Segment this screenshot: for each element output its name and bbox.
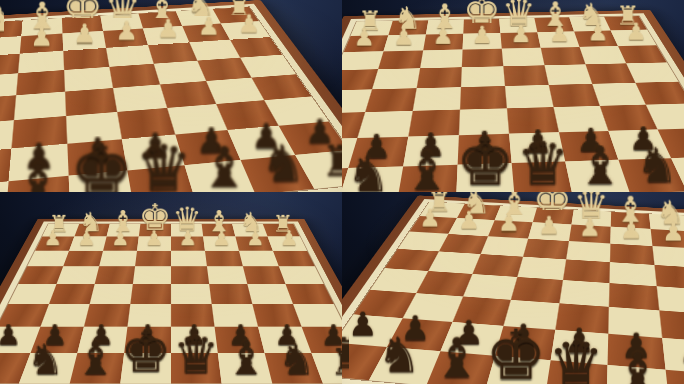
black-queen-piece[interactable]: ♛ bbox=[548, 335, 604, 384]
black-queen-piece[interactable]: ♛ bbox=[173, 331, 219, 380]
montage-frame-4: ♜♞♝♚♛♝♞♜♟♟♟♟♟♟♟♟♟♟♟♟♟♟♟♟♜♞♝♚♛♝♞♜ bbox=[342, 192, 684, 384]
square-c8[interactable]: ♝ bbox=[218, 353, 272, 384]
square-d4[interactable] bbox=[171, 266, 209, 284]
square-g8[interactable]: ♞ bbox=[19, 353, 77, 384]
white-pawn-piece[interactable]: ♟ bbox=[432, 26, 453, 49]
white-pawn-piece[interactable]: ♟ bbox=[44, 229, 63, 249]
board-wrap: ♜♞♝♚♛♝♞♜♟♟♟♟♟♟♟♟♟♟♟♟♟♟♟♟♜♞♝♚♛♝♞♜ bbox=[0, 0, 342, 192]
black-bishop-piece[interactable]: ♝ bbox=[403, 145, 451, 192]
square-g3[interactable] bbox=[63, 251, 103, 267]
square-d3[interactable] bbox=[106, 45, 154, 67]
chess-board: ♜♞♝♚♛♝♞♜♟♟♟♟♟♟♟♟♟♟♟♟♟♟♟♟♜♞♝♚♛♝♞♜ bbox=[0, 219, 342, 384]
square-c2[interactable]: ♟ bbox=[203, 237, 239, 251]
white-pawn-piece[interactable]: ♟ bbox=[280, 229, 299, 249]
square-d8[interactable]: ♛ bbox=[545, 360, 607, 384]
white-pawn-piece[interactable]: ♟ bbox=[354, 27, 376, 50]
square-e5[interactable] bbox=[460, 86, 507, 110]
square-d8[interactable]: ♛ bbox=[127, 165, 195, 192]
square-g2[interactable]: ♟ bbox=[69, 237, 107, 251]
square-b2[interactable]: ♟ bbox=[651, 229, 684, 249]
square-d2[interactable]: ♟ bbox=[569, 225, 611, 244]
square-g4[interactable] bbox=[428, 251, 480, 274]
square-g8[interactable]: ♞ bbox=[369, 347, 440, 384]
square-e8[interactable]: ♚ bbox=[120, 353, 171, 384]
white-pawn-piece[interactable]: ♟ bbox=[73, 23, 96, 48]
white-pawn-piece[interactable]: ♟ bbox=[626, 22, 647, 44]
white-pawn-piece[interactable]: ♟ bbox=[549, 23, 570, 45]
square-c5[interactable] bbox=[609, 283, 659, 310]
board-squares: ♜♞♝♚♛♝♞♜♟♟♟♟♟♟♟♟♟♟♟♟♟♟♟♟♜♞♝♚♛♝♞♜ bbox=[0, 224, 342, 384]
square-d5[interactable] bbox=[171, 284, 212, 304]
square-h2[interactable]: ♟ bbox=[344, 35, 389, 52]
square-e3[interactable] bbox=[135, 251, 171, 267]
black-bishop-piece[interactable]: ♝ bbox=[577, 140, 624, 190]
scene-1: ♜♞♝♚♛♝♞♜♟♟♟♟♟♟♟♟♟♟♟♟♟♟♟♟♜♞♝♚♛♝♞♜ bbox=[0, 0, 342, 192]
black-knight-piece[interactable]: ♞ bbox=[678, 356, 684, 384]
black-rook-piece[interactable]: ♜ bbox=[342, 334, 362, 374]
square-e2[interactable]: ♟ bbox=[137, 237, 171, 251]
white-pawn-piece[interactable]: ♟ bbox=[458, 210, 480, 233]
black-rook-piece[interactable]: ♜ bbox=[330, 345, 342, 379]
square-c5[interactable] bbox=[209, 284, 252, 304]
board-squares: ♜♞♝♚♛♝♞♜♟♟♟♟♟♟♟♟♟♟♟♟♟♟♟♟♜♞♝♚♛♝♞♜ bbox=[0, 7, 342, 192]
black-bishop-piece[interactable]: ♝ bbox=[12, 157, 64, 192]
square-e8[interactable]: ♚ bbox=[485, 356, 551, 384]
square-c3[interactable] bbox=[541, 47, 586, 65]
square-h2[interactable]: ♟ bbox=[35, 237, 74, 251]
square-a3[interactable] bbox=[273, 251, 315, 267]
montage-frame-3: ♜♞♝♚♛♝♞♜♟♟♟♟♟♟♟♟♟♟♟♟♟♟♟♟♜♞♝♚♛♝♞♜ bbox=[0, 192, 342, 384]
square-d4[interactable] bbox=[109, 64, 160, 88]
square-f2[interactable]: ♟ bbox=[423, 34, 463, 51]
square-f5[interactable] bbox=[413, 87, 461, 111]
black-king-piece[interactable]: ♚ bbox=[456, 131, 515, 192]
white-pawn-piece[interactable]: ♟ bbox=[587, 22, 608, 44]
square-d2[interactable]: ♟ bbox=[171, 237, 205, 251]
black-knight-piece[interactable]: ♞ bbox=[377, 332, 421, 379]
white-pawn-piece[interactable]: ♟ bbox=[179, 229, 198, 249]
black-queen-piece[interactable]: ♛ bbox=[516, 136, 569, 192]
square-e8[interactable]: ♚ bbox=[456, 163, 514, 192]
square-c5[interactable] bbox=[549, 84, 600, 107]
black-king-piece[interactable]: ♚ bbox=[485, 324, 546, 384]
montage-frame-1: ♜♞♝♚♛♝♞♜♟♟♟♟♟♟♟♟♟♟♟♟♟♟♟♟♜♞♝♚♛♝♞♜ bbox=[0, 0, 342, 192]
square-e3[interactable] bbox=[462, 49, 503, 68]
black-rook-piece[interactable]: ♜ bbox=[0, 345, 12, 379]
black-knight-piece[interactable]: ♞ bbox=[347, 152, 391, 192]
board-wrap: ♜♞♝♚♛♝♞♜♟♟♟♟♟♟♟♟♟♟♟♟♟♟♟♟♜♞♝♚♛♝♞♜ bbox=[342, 10, 684, 192]
square-b2[interactable]: ♟ bbox=[235, 237, 273, 251]
square-f4[interactable] bbox=[95, 266, 135, 284]
black-rook-piece[interactable]: ♜ bbox=[321, 141, 342, 182]
square-c4[interactable] bbox=[207, 266, 247, 284]
square-f3[interactable] bbox=[420, 50, 462, 69]
square-a5[interactable] bbox=[635, 82, 684, 105]
square-e8[interactable]: ♚ bbox=[69, 170, 134, 192]
square-h5[interactable] bbox=[8, 284, 56, 304]
white-pawn-piece[interactable]: ♟ bbox=[246, 229, 265, 249]
board-wrap: ♜♞♝♚♛♝♞♜♟♟♟♟♟♟♟♟♟♟♟♟♟♟♟♟♜♞♝♚♛♝♞♜ bbox=[0, 219, 342, 384]
white-pawn-piece[interactable]: ♟ bbox=[393, 26, 414, 49]
square-g5[interactable] bbox=[365, 88, 416, 112]
square-d8[interactable]: ♛ bbox=[512, 161, 573, 192]
square-c8[interactable]: ♝ bbox=[607, 365, 670, 384]
black-bishop-piece[interactable]: ♝ bbox=[75, 336, 116, 380]
square-g3[interactable] bbox=[378, 50, 423, 69]
square-d5[interactable] bbox=[559, 280, 609, 307]
black-bishop-piece[interactable]: ♝ bbox=[199, 140, 249, 192]
white-pawn-piece[interactable]: ♟ bbox=[157, 18, 180, 42]
white-pawn-piece[interactable]: ♟ bbox=[30, 25, 53, 50]
square-c8[interactable]: ♝ bbox=[565, 160, 630, 192]
white-pawn-piece[interactable]: ♟ bbox=[472, 25, 493, 48]
white-pawn-piece[interactable]: ♟ bbox=[238, 13, 260, 37]
white-pawn-piece[interactable]: ♟ bbox=[111, 229, 130, 249]
square-g2[interactable]: ♟ bbox=[384, 35, 426, 52]
white-pawn-piece[interactable]: ♟ bbox=[579, 217, 601, 241]
black-king-piece[interactable]: ♚ bbox=[70, 138, 134, 192]
white-pawn-piece[interactable]: ♟ bbox=[419, 208, 441, 231]
square-f8[interactable]: ♝ bbox=[70, 353, 124, 384]
square-f8[interactable]: ♝ bbox=[397, 165, 457, 192]
black-king-piece[interactable]: ♚ bbox=[120, 326, 171, 380]
square-h3[interactable] bbox=[342, 51, 384, 70]
square-d5[interactable] bbox=[113, 84, 167, 111]
square-f8[interactable]: ♝ bbox=[5, 176, 70, 192]
square-f4[interactable] bbox=[417, 67, 462, 88]
square-b8[interactable]: ♞ bbox=[241, 155, 315, 192]
white-pawn-piece[interactable]: ♟ bbox=[498, 212, 520, 235]
square-b8[interactable]: ♞ bbox=[618, 158, 684, 192]
square-e4[interactable] bbox=[133, 266, 171, 284]
white-pawn-piece[interactable]: ♟ bbox=[77, 229, 96, 249]
black-bishop-piece[interactable]: ♝ bbox=[612, 346, 663, 384]
square-f2[interactable]: ♟ bbox=[103, 237, 139, 251]
chess-board: ♜♞♝♚♛♝♞♜♟♟♟♟♟♟♟♟♟♟♟♟♟♟♟♟♜♞♝♚♛♝♞♜ bbox=[0, 0, 342, 192]
black-knight-piece[interactable]: ♞ bbox=[261, 140, 306, 188]
white-pawn-piece[interactable]: ♟ bbox=[620, 219, 643, 243]
chess-board: ♜♞♝♚♛♝♞♜♟♟♟♟♟♟♟♟♟♟♟♟♟♟♟♟♜♞♝♚♛♝♞♜ bbox=[342, 10, 684, 192]
white-pawn-piece[interactable]: ♟ bbox=[510, 24, 531, 47]
square-c2[interactable]: ♟ bbox=[537, 31, 579, 47]
chess-video-frame-montage: ♜♞♝♚♛♝♞♜♟♟♟♟♟♟♟♟♟♟♟♟♟♟♟♟♜♞♝♚♛♝♞♜ ♜♞♝♚♛♝♞… bbox=[0, 0, 684, 384]
square-c3[interactable] bbox=[205, 251, 243, 267]
white-pawn-piece[interactable]: ♟ bbox=[145, 229, 164, 249]
square-d2[interactable]: ♟ bbox=[500, 32, 540, 49]
white-pawn-piece[interactable]: ♟ bbox=[538, 214, 560, 238]
black-knight-piece[interactable]: ♞ bbox=[636, 143, 679, 188]
square-f5[interactable] bbox=[463, 274, 517, 300]
square-f3[interactable] bbox=[481, 236, 529, 256]
square-f4[interactable] bbox=[16, 70, 65, 95]
scene-3: ♜♞♝♚♛♝♞♜♟♟♟♟♟♟♟♟♟♟♟♟♟♟♟♟♜♞♝♚♛♝♞♜ bbox=[0, 192, 342, 384]
square-g5[interactable] bbox=[49, 284, 95, 304]
square-a2[interactable]: ♟ bbox=[268, 237, 307, 251]
scene-4: ♜♞♝♚♛♝♞♜♟♟♟♟♟♟♟♟♟♟♟♟♟♟♟♟♜♞♝♚♛♝♞♜ bbox=[342, 192, 684, 384]
square-e2[interactable]: ♟ bbox=[463, 33, 502, 50]
white-pawn-piece[interactable]: ♟ bbox=[115, 20, 138, 44]
black-knight-piece[interactable]: ♞ bbox=[278, 340, 316, 380]
square-c8[interactable]: ♝ bbox=[185, 160, 256, 192]
white-pawn-piece[interactable]: ♟ bbox=[0, 28, 10, 53]
scene-2: ♜♞♝♚♛♝♞♜♟♟♟♟♟♟♟♟♟♟♟♟♟♟♟♟♜♞♝♚♛♝♞♜ bbox=[342, 0, 684, 192]
board-wrap: ♜♞♝♚♛♝♞♜♟♟♟♟♟♟♟♟♟♟♟♟♟♟♟♟♜♞♝♚♛♝♞♜ bbox=[342, 195, 684, 384]
montage-frame-2: ♜♞♝♚♛♝♞♜♟♟♟♟♟♟♟♟♟♟♟♟♟♟♟♟♜♞♝♚♛♝♞♜ bbox=[342, 0, 684, 192]
black-bishop-piece[interactable]: ♝ bbox=[226, 336, 267, 380]
board-squares: ♜♞♝♚♛♝♞♜♟♟♟♟♟♟♟♟♟♟♟♟♟♟♟♟♜♞♝♚♛♝♞♜ bbox=[342, 202, 684, 384]
square-d4[interactable] bbox=[503, 65, 548, 86]
square-e5[interactable] bbox=[130, 284, 171, 304]
white-pawn-piece[interactable]: ♟ bbox=[212, 229, 231, 249]
black-bishop-piece[interactable]: ♝ bbox=[433, 332, 482, 384]
square-f3[interactable] bbox=[99, 251, 137, 267]
square-b8[interactable]: ♞ bbox=[265, 353, 323, 384]
square-d3[interactable] bbox=[566, 241, 610, 262]
black-knight-piece[interactable]: ♞ bbox=[27, 340, 65, 380]
square-d5[interactable] bbox=[505, 85, 554, 108]
chess-board: ♜♞♝♚♛♝♞♜♟♟♟♟♟♟♟♟♟♟♟♟♟♟♟♟♜♞♝♚♛♝♞♜ bbox=[342, 195, 684, 384]
square-d8[interactable]: ♛ bbox=[171, 353, 222, 384]
square-g4[interactable] bbox=[57, 266, 100, 284]
white-pawn-piece[interactable]: ♟ bbox=[662, 221, 684, 245]
square-d3[interactable] bbox=[502, 48, 545, 66]
white-pawn-piece[interactable]: ♟ bbox=[198, 15, 221, 39]
square-d4[interactable] bbox=[563, 259, 610, 283]
square-f5[interactable] bbox=[90, 284, 133, 304]
black-queen-piece[interactable]: ♛ bbox=[135, 139, 192, 192]
square-d3[interactable] bbox=[171, 251, 207, 267]
